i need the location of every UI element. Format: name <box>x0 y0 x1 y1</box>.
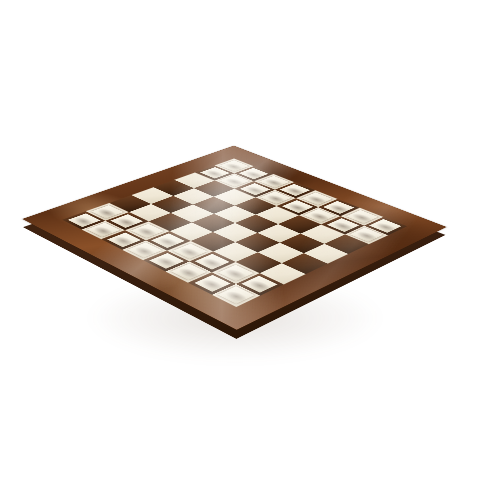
square-h5[interactable] <box>303 244 348 264</box>
black-pawn-icon: ♟ <box>288 186 307 207</box>
white-rook-icon: ♜ <box>223 267 249 296</box>
white-pawn-icon: ♟ <box>249 261 270 285</box>
black-pawn-icon: ♟ <box>267 177 285 197</box>
black-pawn-icon: ♟ <box>226 161 244 181</box>
black-pawn-icon: ♟ <box>246 169 264 189</box>
black-pawn-icon: ♟ <box>206 153 224 173</box>
square-h6[interactable] <box>324 234 368 254</box>
black-pawn-icon: ♟ <box>333 204 352 225</box>
black-pawn-icon: ♟ <box>310 195 329 216</box>
white-knight-icon: ♞ <box>199 254 226 283</box>
black-pawn-icon: ♟ <box>357 213 377 235</box>
photo-background: ♜♜♞♞♝♝♛♛♚♚♞♞♝♝♜♜♟♟♟♟♟♟♟♟♟♟♟♟♟♟♟♟♟♟♟♟♟♟♟♟… <box>0 0 480 480</box>
black-rook-icon: ♜ <box>374 201 397 227</box>
square-h7[interactable]: ♟♟ <box>345 225 389 244</box>
square-h4[interactable] <box>282 253 328 274</box>
black-rook-icon: ♜ <box>374 226 397 252</box>
